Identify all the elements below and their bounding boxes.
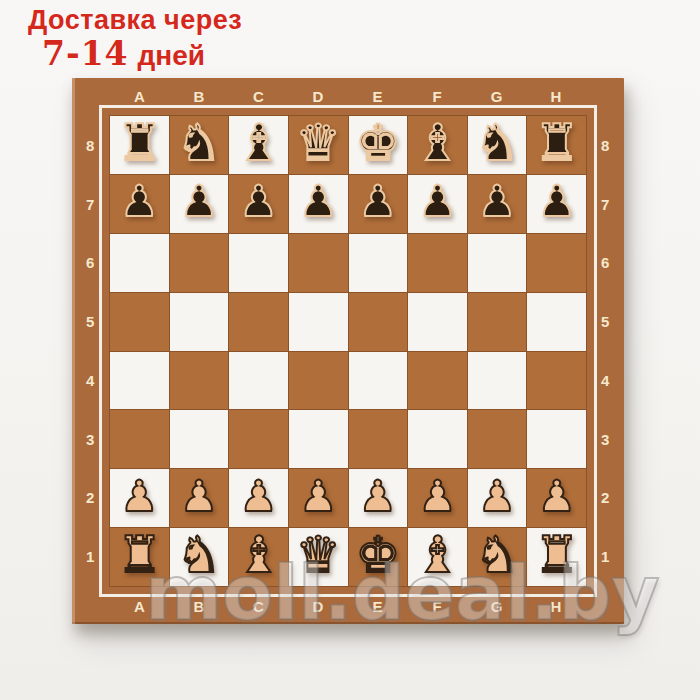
square-a4 — [110, 352, 169, 410]
square-g8: ♞ — [468, 116, 527, 174]
file-label-b: B — [170, 588, 230, 624]
square-b7: ♟ — [170, 175, 229, 233]
product-photo: Доставка через 7-14 дней ABCDEFGH ABCDEF… — [0, 0, 700, 700]
square-f6 — [408, 234, 467, 292]
delivery-days-word: дней — [138, 41, 205, 70]
square-c5 — [229, 293, 288, 351]
file-label-f: F — [408, 78, 468, 115]
piece-white-pawn: ♟ — [418, 475, 457, 518]
square-b8: ♞ — [170, 116, 229, 174]
square-g7: ♟ — [468, 175, 527, 233]
file-labels-bottom: ABCDEFGH — [110, 588, 586, 624]
square-b6 — [170, 234, 229, 292]
piece-white-pawn: ♟ — [239, 475, 278, 518]
rank-labels-right: 87654321 — [587, 116, 624, 586]
square-e1: ♚ — [349, 528, 408, 586]
file-label-a: A — [110, 588, 170, 624]
file-label-c: C — [229, 588, 289, 624]
file-label-a: A — [110, 78, 170, 115]
square-h6 — [527, 234, 586, 292]
piece-black-pawn: ♟ — [418, 180, 457, 223]
square-g2: ♟ — [468, 469, 527, 527]
square-a3 — [110, 410, 169, 468]
square-a5 — [110, 293, 169, 351]
square-f8: ♝ — [408, 116, 467, 174]
square-b3 — [170, 410, 229, 468]
square-c4 — [229, 352, 288, 410]
square-c6 — [229, 234, 288, 292]
file-label-c: C — [229, 78, 289, 115]
square-c1: ♝ — [229, 528, 288, 586]
rank-label-4: 4 — [72, 351, 109, 410]
piece-black-queen: ♛ — [296, 118, 341, 168]
piece-white-rook: ♜ — [117, 530, 162, 580]
delivery-note: Доставка через 7-14 дней — [28, 6, 242, 72]
square-f2: ♟ — [408, 469, 467, 527]
rank-label-1: 1 — [587, 527, 624, 586]
rank-label-2: 2 — [72, 469, 109, 528]
square-h3 — [527, 410, 586, 468]
piece-black-knight: ♞ — [475, 118, 520, 168]
square-c7: ♟ — [229, 175, 288, 233]
rank-labels-left: 87654321 — [72, 116, 109, 586]
rank-label-3: 3 — [587, 410, 624, 469]
square-e8: ♚ — [349, 116, 408, 174]
square-h1: ♜ — [527, 528, 586, 586]
square-d3 — [289, 410, 348, 468]
piece-white-pawn: ♟ — [180, 475, 219, 518]
piece-white-pawn: ♟ — [299, 475, 338, 518]
chess-board: ABCDEFGH ABCDEFGH 87654321 87654321 ♜♞♝♛… — [72, 78, 624, 624]
square-a2: ♟ — [110, 469, 169, 527]
square-g6 — [468, 234, 527, 292]
delivery-days-number: 7-14 — [42, 37, 129, 72]
square-g1: ♞ — [468, 528, 527, 586]
square-b2: ♟ — [170, 469, 229, 527]
square-b5 — [170, 293, 229, 351]
piece-black-pawn: ♟ — [478, 180, 517, 223]
piece-white-bishop: ♝ — [415, 530, 460, 580]
square-a7: ♟ — [110, 175, 169, 233]
rank-label-2: 2 — [587, 469, 624, 528]
piece-black-pawn: ♟ — [359, 180, 398, 223]
square-d7: ♟ — [289, 175, 348, 233]
file-label-g: G — [467, 78, 527, 115]
square-c3 — [229, 410, 288, 468]
piece-black-rook: ♜ — [117, 118, 162, 168]
rank-label-6: 6 — [72, 234, 109, 293]
file-label-b: B — [170, 78, 230, 115]
rank-label-1: 1 — [72, 527, 109, 586]
piece-black-pawn: ♟ — [299, 180, 338, 223]
rank-label-5: 5 — [72, 292, 109, 351]
board-squares: ♜♞♝♛♚♝♞♜♟♟♟♟♟♟♟♟♟♟♟♟♟♟♟♟♜♞♝♛♚♝♞♜ — [110, 116, 586, 586]
square-d5 — [289, 293, 348, 351]
square-d1: ♛ — [289, 528, 348, 586]
square-e7: ♟ — [349, 175, 408, 233]
file-label-d: D — [289, 78, 349, 115]
piece-black-bishop: ♝ — [415, 118, 460, 168]
delivery-note-line2: 7-14 дней — [28, 37, 242, 72]
rank-label-4: 4 — [587, 351, 624, 410]
square-d2: ♟ — [289, 469, 348, 527]
rank-label-7: 7 — [587, 175, 624, 234]
delivery-note-line1: Доставка через — [28, 6, 242, 34]
piece-black-king: ♚ — [355, 118, 400, 168]
rank-label-8: 8 — [72, 116, 109, 175]
piece-white-pawn: ♟ — [537, 475, 576, 518]
square-a1: ♜ — [110, 528, 169, 586]
square-g4 — [468, 352, 527, 410]
square-f4 — [408, 352, 467, 410]
square-f5 — [408, 293, 467, 351]
piece-white-knight: ♞ — [475, 530, 520, 580]
rank-label-8: 8 — [587, 116, 624, 175]
square-e2: ♟ — [349, 469, 408, 527]
square-h8: ♜ — [527, 116, 586, 174]
file-label-e: E — [348, 78, 408, 115]
square-a6 — [110, 234, 169, 292]
piece-white-pawn: ♟ — [478, 475, 517, 518]
square-g5 — [468, 293, 527, 351]
file-label-f: F — [408, 588, 468, 624]
square-e3 — [349, 410, 408, 468]
piece-black-rook: ♜ — [534, 118, 579, 168]
square-g3 — [468, 410, 527, 468]
file-label-h: H — [527, 78, 587, 115]
square-e4 — [349, 352, 408, 410]
piece-black-pawn: ♟ — [120, 180, 159, 223]
square-h5 — [527, 293, 586, 351]
square-a8: ♜ — [110, 116, 169, 174]
piece-white-rook: ♜ — [534, 530, 579, 580]
square-h7: ♟ — [527, 175, 586, 233]
rank-label-3: 3 — [72, 410, 109, 469]
piece-black-pawn: ♟ — [239, 180, 278, 223]
piece-black-pawn: ♟ — [180, 180, 219, 223]
piece-white-pawn: ♟ — [120, 475, 159, 518]
square-h2: ♟ — [527, 469, 586, 527]
piece-white-knight: ♞ — [177, 530, 222, 580]
square-c8: ♝ — [229, 116, 288, 174]
square-f3 — [408, 410, 467, 468]
square-d6 — [289, 234, 348, 292]
square-e6 — [349, 234, 408, 292]
rank-label-6: 6 — [587, 234, 624, 293]
square-f7: ♟ — [408, 175, 467, 233]
file-labels-top: ABCDEFGH — [110, 78, 586, 115]
square-d4 — [289, 352, 348, 410]
square-b1: ♞ — [170, 528, 229, 586]
file-label-e: E — [348, 588, 408, 624]
piece-black-knight: ♞ — [177, 118, 222, 168]
piece-black-bishop: ♝ — [236, 118, 281, 168]
file-label-g: G — [467, 588, 527, 624]
file-label-h: H — [527, 588, 587, 624]
piece-white-pawn: ♟ — [359, 475, 398, 518]
file-label-d: D — [289, 588, 349, 624]
square-h4 — [527, 352, 586, 410]
square-f1: ♝ — [408, 528, 467, 586]
square-c2: ♟ — [229, 469, 288, 527]
piece-white-queen: ♛ — [296, 530, 341, 580]
piece-black-pawn: ♟ — [537, 180, 576, 223]
square-e5 — [349, 293, 408, 351]
piece-white-bishop: ♝ — [236, 530, 281, 580]
piece-white-king: ♚ — [355, 530, 400, 580]
rank-label-5: 5 — [587, 292, 624, 351]
square-d8: ♛ — [289, 116, 348, 174]
rank-label-7: 7 — [72, 175, 109, 234]
square-b4 — [170, 352, 229, 410]
